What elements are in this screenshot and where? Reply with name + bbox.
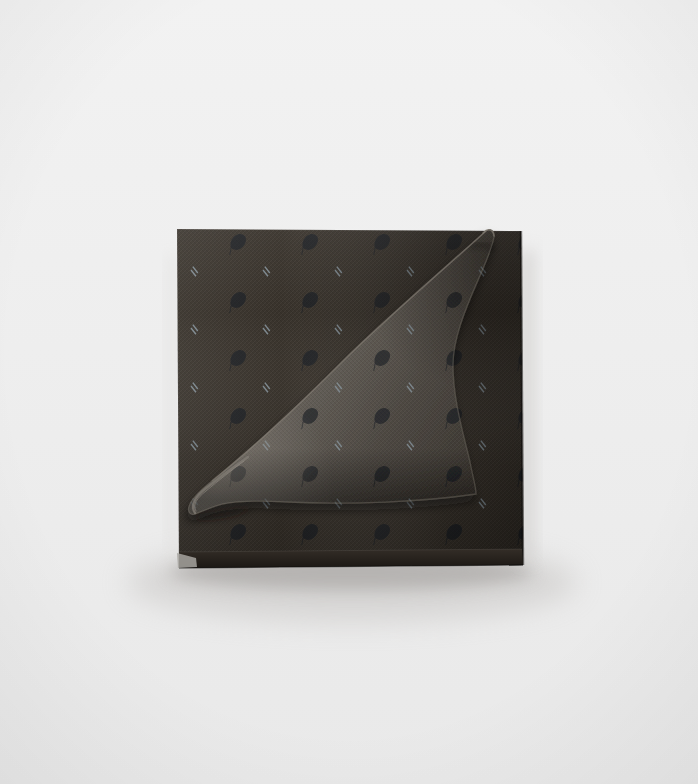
bottom-hem — [177, 549, 523, 568]
product-photo-canvas — [0, 0, 698, 784]
product-photo — [0, 0, 698, 784]
pocket-square — [177, 229, 523, 568]
